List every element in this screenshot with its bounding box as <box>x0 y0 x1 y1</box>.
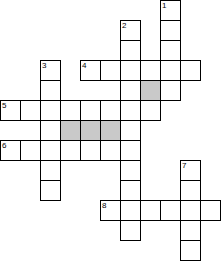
cell-r5-c0[interactable]: 5 <box>0 100 21 121</box>
shaded-cell-r6-c3[interactable] <box>60 120 81 141</box>
cell-r7-c3[interactable] <box>60 140 81 161</box>
cell-r7-c0[interactable]: 6 <box>0 140 21 161</box>
cell-r7-c5[interactable] <box>100 140 121 161</box>
cell-r3-c9[interactable] <box>180 60 201 81</box>
cell-r4-c8[interactable] <box>160 80 181 101</box>
cell-r5-c7[interactable] <box>140 100 161 121</box>
cell-r1-c6[interactable]: 2 <box>120 20 141 41</box>
cell-r3-c4[interactable]: 4 <box>80 60 101 81</box>
clue-number-8: 8 <box>102 201 106 210</box>
cell-r1-c8[interactable] <box>160 20 181 41</box>
cell-r8-c6[interactable] <box>120 160 141 181</box>
cell-r4-c2[interactable] <box>40 80 61 101</box>
cell-r9-c2[interactable] <box>40 180 61 201</box>
cell-r7-c4[interactable] <box>80 140 101 161</box>
clue-number-7: 7 <box>182 161 186 170</box>
clue-number-6: 6 <box>2 141 6 150</box>
cell-r3-c5[interactable] <box>100 60 121 81</box>
shaded-cell-r4-c7[interactable] <box>140 80 161 101</box>
cell-r5-c4[interactable] <box>80 100 101 121</box>
cell-r6-c2[interactable] <box>40 120 61 141</box>
cell-r10-c7[interactable] <box>140 200 161 221</box>
cell-r8-c2[interactable] <box>40 160 61 181</box>
clue-number-4: 4 <box>82 61 86 70</box>
cell-r3-c7[interactable] <box>140 60 161 81</box>
cell-r2-c8[interactable] <box>160 40 181 61</box>
cell-r5-c6[interactable] <box>120 100 141 121</box>
crossword-board: 12345678 <box>0 0 221 261</box>
cell-r12-c9[interactable] <box>180 240 201 261</box>
cell-r10-c8[interactable] <box>160 200 181 221</box>
cell-r3-c8[interactable] <box>160 60 181 81</box>
cell-r3-c6[interactable] <box>120 60 141 81</box>
clue-number-5: 5 <box>2 101 6 110</box>
cell-r5-c1[interactable] <box>20 100 41 121</box>
shaded-cell-r6-c4[interactable] <box>80 120 101 141</box>
cell-r3-c2[interactable]: 3 <box>40 60 61 81</box>
cell-r11-c6[interactable] <box>120 220 141 241</box>
cell-r5-c3[interactable] <box>60 100 81 121</box>
cell-r7-c2[interactable] <box>40 140 61 161</box>
cell-r0-c8[interactable]: 1 <box>160 0 181 21</box>
cell-r6-c6[interactable] <box>120 120 141 141</box>
cell-r4-c6[interactable] <box>120 80 141 101</box>
shaded-cell-r6-c5[interactable] <box>100 120 121 141</box>
clue-number-1: 1 <box>162 1 166 10</box>
cell-r8-c9[interactable]: 7 <box>180 160 201 181</box>
cell-r9-c6[interactable] <box>120 180 141 201</box>
cell-r11-c9[interactable] <box>180 220 201 241</box>
cell-r10-c9[interactable] <box>180 200 201 221</box>
cell-r9-c9[interactable] <box>180 180 201 201</box>
cell-r7-c1[interactable] <box>20 140 41 161</box>
cell-r7-c6[interactable] <box>120 140 141 161</box>
cell-r2-c6[interactable] <box>120 40 141 61</box>
clue-number-3: 3 <box>42 61 46 70</box>
cell-r10-c10[interactable] <box>200 200 221 221</box>
cell-r10-c6[interactable] <box>120 200 141 221</box>
cell-r5-c2[interactable] <box>40 100 61 121</box>
cell-r10-c5[interactable]: 8 <box>100 200 121 221</box>
clue-number-2: 2 <box>122 21 126 30</box>
cell-r5-c5[interactable] <box>100 100 121 121</box>
